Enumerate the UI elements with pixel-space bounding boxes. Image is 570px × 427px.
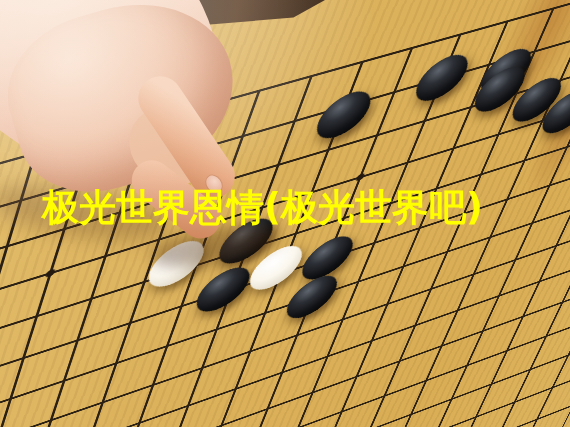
go-photo-scene: 极光世界恩情(极光世界吧)	[0, 0, 570, 427]
caption-text: 极光世界恩情(极光世界吧)	[42, 188, 483, 228]
